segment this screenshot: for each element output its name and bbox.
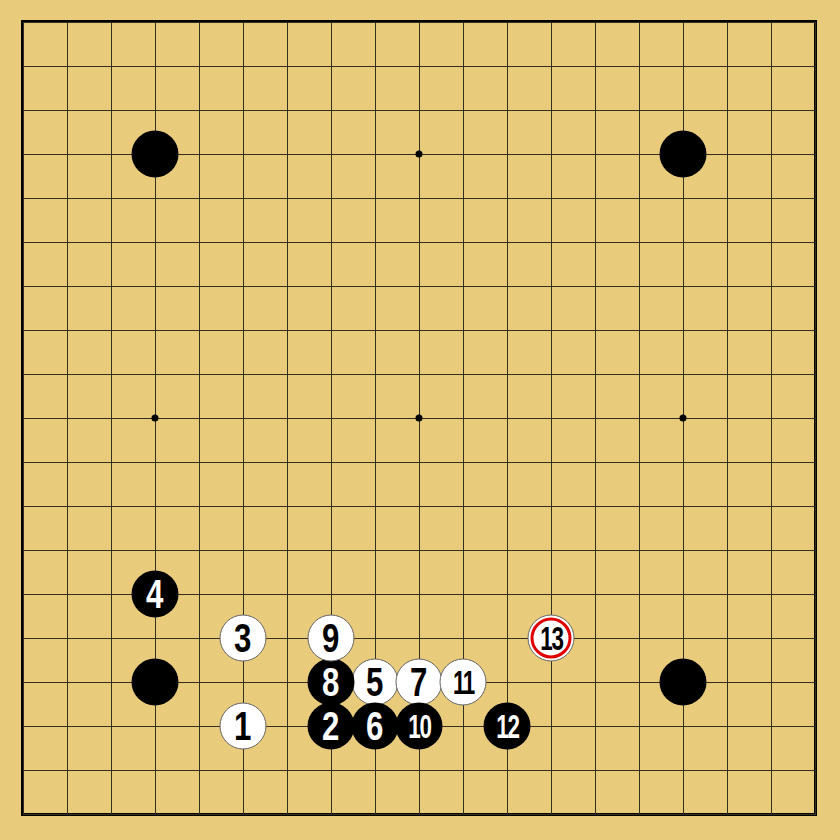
go-diagram-page: { "game": "go", "board": { "size": 19, "… — [0, 0, 840, 840]
stone-black-move-8: 8 — [308, 659, 355, 706]
grid-line-horizontal — [23, 814, 816, 815]
stone-black-hoshi — [132, 659, 179, 706]
stone-black-move-10: 10 — [396, 703, 443, 750]
grid-line-vertical — [639, 22, 640, 815]
stone-black-move-6: 6 — [352, 703, 399, 750]
grid-line-horizontal — [23, 550, 816, 551]
stone-black-hoshi — [660, 659, 707, 706]
stone-white-move-11: 11 — [440, 659, 487, 706]
grid-line-vertical — [771, 22, 772, 815]
grid-line-vertical — [815, 22, 816, 815]
go-board: 12345678910111213 — [0, 0, 840, 840]
stone-white-move-5: 5 — [352, 659, 399, 706]
move-number-label: 8 — [322, 661, 339, 701]
grid-line-horizontal — [23, 638, 816, 639]
grid-line-vertical — [727, 22, 728, 815]
stone-black-hoshi — [132, 131, 179, 178]
grid-line-vertical — [507, 22, 508, 815]
move-number-label: 12 — [496, 708, 518, 742]
stone-white-move-1: 1 — [220, 703, 267, 750]
move-number-label: 3 — [234, 617, 251, 657]
move-number-label: 11 — [452, 664, 473, 698]
grid-line-horizontal — [23, 506, 816, 507]
star-point — [680, 415, 687, 422]
move-number-label: 9 — [322, 617, 339, 657]
stone-black-move-4: 4 — [132, 571, 179, 618]
move-number-label: 13 — [540, 620, 562, 654]
star-point — [416, 151, 423, 158]
stone-black-move-12: 12 — [484, 703, 531, 750]
move-number-label: 1 — [234, 705, 251, 745]
move-number-label: 2 — [322, 705, 339, 745]
stone-white-move-3: 3 — [220, 615, 267, 662]
grid-line-vertical — [551, 22, 552, 815]
stone-black-hoshi — [660, 131, 707, 178]
move-number-label: 4 — [146, 573, 163, 613]
stone-white-move-13: 13 — [528, 615, 575, 662]
grid-line-horizontal — [23, 770, 816, 771]
stone-white-move-7: 7 — [396, 659, 443, 706]
grid-line-vertical — [595, 22, 596, 815]
star-point — [152, 415, 159, 422]
grid-line-horizontal — [23, 462, 816, 463]
move-number-label: 5 — [366, 661, 383, 701]
move-number-label: 6 — [366, 705, 383, 745]
star-point — [416, 415, 423, 422]
move-number-label: 10 — [408, 708, 430, 742]
stone-black-move-2: 2 — [308, 703, 355, 750]
stone-white-move-9: 9 — [308, 615, 355, 662]
move-number-label: 7 — [410, 661, 427, 701]
